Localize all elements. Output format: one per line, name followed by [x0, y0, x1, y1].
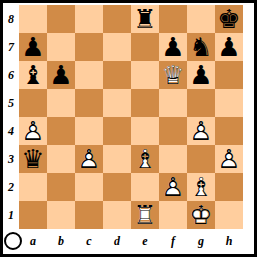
rank-label-4: 4: [3, 117, 19, 145]
square-e6[interactable]: [131, 61, 159, 89]
square-f5[interactable]: [159, 89, 187, 117]
file-label-a: a: [19, 228, 47, 254]
black-bishop-a6[interactable]: ♝: [19, 61, 47, 89]
file-label-f: f: [159, 228, 187, 254]
square-e5[interactable]: [131, 89, 159, 117]
white-pawn-a4[interactable]: ♟♙: [19, 117, 47, 145]
black-pawn-b6[interactable]: ♟: [47, 61, 75, 89]
square-g2[interactable]: ♝♗: [187, 173, 215, 201]
file-labels: abcdefgh: [19, 228, 243, 254]
black-queen-a3[interactable]: ♛: [19, 145, 47, 173]
piece-outline: ♙: [215, 145, 243, 173]
square-d8[interactable]: [103, 5, 131, 33]
white-bishop-e3[interactable]: ♝♗: [131, 145, 159, 173]
piece-glyph: ♟: [19, 33, 47, 61]
square-b2[interactable]: [47, 173, 75, 201]
square-g8[interactable]: [187, 5, 215, 33]
square-f1[interactable]: [159, 201, 187, 229]
square-f2[interactable]: ♟♙: [159, 173, 187, 201]
rank-label-1: 1: [3, 201, 19, 229]
square-d2[interactable]: [103, 173, 131, 201]
square-f8[interactable]: [159, 5, 187, 33]
white-bishop-g2[interactable]: ♝♗: [187, 173, 215, 201]
chess-diagram: ♜♚♟♟♞♟♝♟♛♕♟♟♙♟♙♛♟♙♝♗♟♙♟♙♝♗♜♖♚♔ 87654321 …: [0, 0, 257, 257]
square-g3[interactable]: [187, 145, 215, 173]
square-h5[interactable]: [215, 89, 243, 117]
piece-glyph: ♞: [187, 33, 215, 61]
square-h7[interactable]: ♟: [215, 33, 243, 61]
square-e8[interactable]: ♜: [131, 5, 159, 33]
piece-outline: ♔: [187, 201, 215, 229]
square-f3[interactable]: [159, 145, 187, 173]
square-a3[interactable]: ♛: [19, 145, 47, 173]
white-rook-e1[interactable]: ♜♖: [131, 201, 159, 229]
square-g6[interactable]: ♟: [187, 61, 215, 89]
square-a2[interactable]: [19, 173, 47, 201]
piece-outline: ♙: [187, 117, 215, 145]
square-g7[interactable]: ♞: [187, 33, 215, 61]
square-a1[interactable]: [19, 201, 47, 229]
black-knight-g7[interactable]: ♞: [187, 33, 215, 61]
white-king-g1[interactable]: ♚♔: [187, 201, 215, 229]
rank-label-7: 7: [3, 33, 19, 61]
square-b6[interactable]: ♟: [47, 61, 75, 89]
square-c1[interactable]: [75, 201, 103, 229]
rank-label-2: 2: [3, 173, 19, 201]
square-h4[interactable]: [215, 117, 243, 145]
square-e1[interactable]: ♜♖: [131, 201, 159, 229]
file-label-h: h: [215, 228, 243, 254]
square-f6[interactable]: ♛♕: [159, 61, 187, 89]
piece-outline: ♙: [159, 173, 187, 201]
chess-board: ♜♚♟♟♞♟♝♟♛♕♟♟♙♟♙♛♟♙♝♗♟♙♟♙♝♗♜♖♚♔: [19, 5, 243, 229]
piece-glyph: ♟: [215, 33, 243, 61]
white-to-move-indicator: [4, 232, 22, 250]
rank-label-5: 5: [3, 89, 19, 117]
square-a7[interactable]: ♟: [19, 33, 47, 61]
file-label-g: g: [187, 228, 215, 254]
square-c8[interactable]: [75, 5, 103, 33]
square-h6[interactable]: [215, 61, 243, 89]
white-pawn-c3[interactable]: ♟♙: [75, 145, 103, 173]
square-c5[interactable]: [75, 89, 103, 117]
square-c4[interactable]: [75, 117, 103, 145]
square-b1[interactable]: [47, 201, 75, 229]
piece-glyph: ♟: [159, 33, 187, 61]
black-pawn-a7[interactable]: ♟: [19, 33, 47, 61]
rank-labels: 87654321: [3, 5, 19, 229]
piece-glyph: ♜: [131, 5, 159, 33]
square-a8[interactable]: [19, 5, 47, 33]
file-label-e: e: [131, 228, 159, 254]
rank-label-8: 8: [3, 5, 19, 33]
black-pawn-f7[interactable]: ♟: [159, 33, 187, 61]
square-b4[interactable]: [47, 117, 75, 145]
square-e7[interactable]: [131, 33, 159, 61]
piece-glyph: ♟: [187, 61, 215, 89]
square-h2[interactable]: [215, 173, 243, 201]
square-c6[interactable]: [75, 61, 103, 89]
square-b5[interactable]: [47, 89, 75, 117]
square-f4[interactable]: [159, 117, 187, 145]
square-d5[interactable]: [103, 89, 131, 117]
piece-glyph: ♚: [215, 5, 243, 33]
square-e2[interactable]: [131, 173, 159, 201]
piece-outline: ♙: [75, 145, 103, 173]
square-c3[interactable]: ♟♙: [75, 145, 103, 173]
rank-label-6: 6: [3, 61, 19, 89]
square-b3[interactable]: [47, 145, 75, 173]
square-h8[interactable]: ♚: [215, 5, 243, 33]
square-h3[interactable]: ♟♙: [215, 145, 243, 173]
square-g5[interactable]: [187, 89, 215, 117]
file-label-d: d: [103, 228, 131, 254]
piece-glyph: ♝: [19, 61, 47, 89]
rank-label-3: 3: [3, 145, 19, 173]
square-h1[interactable]: [215, 201, 243, 229]
white-pawn-h3[interactable]: ♟♙: [215, 145, 243, 173]
file-label-b: b: [47, 228, 75, 254]
black-pawn-h7[interactable]: ♟: [215, 33, 243, 61]
square-d7[interactable]: [103, 33, 131, 61]
black-king-h8[interactable]: ♚: [215, 5, 243, 33]
piece-outline: ♗: [187, 173, 215, 201]
square-c7[interactable]: [75, 33, 103, 61]
white-pawn-g4[interactable]: ♟♙: [187, 117, 215, 145]
square-d1[interactable]: [103, 201, 131, 229]
square-b7[interactable]: [47, 33, 75, 61]
white-pawn-f2[interactable]: ♟♙: [159, 173, 187, 201]
white-queen-f6[interactable]: ♛♕: [159, 61, 187, 89]
piece-outline: ♙: [19, 117, 47, 145]
square-a5[interactable]: [19, 89, 47, 117]
piece-outline: ♗: [131, 145, 159, 173]
file-label-c: c: [75, 228, 103, 254]
piece-glyph: ♛: [19, 145, 47, 173]
piece-outline: ♖: [131, 201, 159, 229]
black-pawn-g6[interactable]: ♟: [187, 61, 215, 89]
square-d3[interactable]: [103, 145, 131, 173]
square-a6[interactable]: ♝: [19, 61, 47, 89]
square-f7[interactable]: ♟: [159, 33, 187, 61]
square-b8[interactable]: [47, 5, 75, 33]
square-g1[interactable]: ♚♔: [187, 201, 215, 229]
square-a4[interactable]: ♟♙: [19, 117, 47, 145]
square-g4[interactable]: ♟♙: [187, 117, 215, 145]
square-d6[interactable]: [103, 61, 131, 89]
square-c2[interactable]: [75, 173, 103, 201]
piece-outline: ♕: [159, 61, 187, 89]
square-d4[interactable]: [103, 117, 131, 145]
black-rook-e8[interactable]: ♜: [131, 5, 159, 33]
square-e4[interactable]: [131, 117, 159, 145]
piece-glyph: ♟: [47, 61, 75, 89]
square-e3[interactable]: ♝♗: [131, 145, 159, 173]
